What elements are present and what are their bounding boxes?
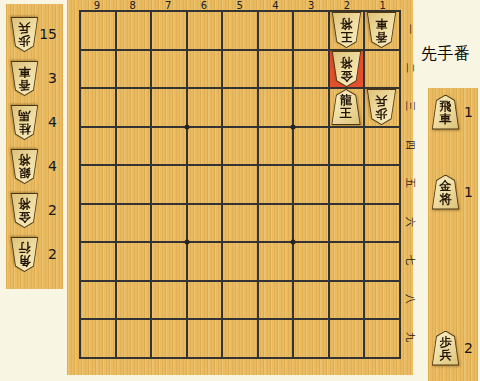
hand-count: 2 <box>464 341 473 355</box>
kanji-char: 銀 <box>19 166 31 179</box>
gote-hand-row: 桂馬4 <box>6 104 63 140</box>
rank-label-cell: 七 <box>402 241 418 280</box>
square-6-7[interactable] <box>186 241 222 280</box>
square-1-2[interactable] <box>363 49 399 88</box>
square-3-1[interactable] <box>292 10 328 49</box>
square-4-7[interactable] <box>257 241 293 280</box>
square-5-2[interactable] <box>221 49 257 88</box>
kanji-char: 飛 <box>440 100 452 113</box>
kanji-char: 歩 <box>440 336 452 349</box>
kanji-char: 歩 <box>19 34 31 47</box>
rank-label: 八 <box>403 294 417 304</box>
hand-count: 2 <box>48 203 57 217</box>
sente-hand-row: 金将1 <box>428 174 478 210</box>
square-5-9[interactable] <box>221 318 257 357</box>
square-7-4[interactable] <box>150 126 186 165</box>
square-6-4[interactable] <box>186 126 222 165</box>
rank-label-cell: 三 <box>402 87 418 126</box>
square-6-1[interactable] <box>186 10 222 49</box>
square-6-8[interactable] <box>186 280 222 319</box>
square-1-4[interactable] <box>363 126 399 165</box>
file-label: 8 <box>115 0 151 10</box>
square-8-5[interactable] <box>115 164 151 203</box>
kanji-char: 将 <box>440 193 452 206</box>
kanji-char: 兵 <box>376 94 388 107</box>
sente-hand-row: 飛車1 <box>428 94 478 130</box>
kanji-char: 将 <box>340 17 352 30</box>
kanji-char: 行 <box>19 241 31 254</box>
square-3-4[interactable] <box>292 126 328 165</box>
square-8-9[interactable] <box>115 318 151 357</box>
piece-kanji: 飛車 <box>431 95 460 130</box>
square-4-8[interactable] <box>257 280 293 319</box>
square-4-2[interactable] <box>257 49 293 88</box>
square-5-6[interactable] <box>221 203 257 242</box>
sente-hand-tray: 飛車1金将1歩兵2 <box>428 88 478 381</box>
piece-kanji: 龍王 <box>331 89 362 125</box>
gote-hand-knight[interactable]: 桂馬 <box>10 105 39 140</box>
piece-kanji: 歩兵 <box>431 331 460 366</box>
sente-hand-rook[interactable]: 飛車 <box>431 95 460 130</box>
piece-kanji: 歩兵 <box>10 17 39 52</box>
gote-gold[interactable]: 金将 <box>331 51 362 87</box>
rank-label: 五 <box>403 178 417 188</box>
square-1-9[interactable] <box>363 318 399 357</box>
file-label: 3 <box>293 0 329 10</box>
square-1-6[interactable] <box>363 203 399 242</box>
square-3-5[interactable] <box>292 164 328 203</box>
gote-hand-bishop[interactable]: 角行 <box>10 237 39 272</box>
piece-kanji: 歩兵 <box>366 89 397 125</box>
square-7-1[interactable] <box>150 10 186 49</box>
gote-hand-row: 金将2 <box>6 192 63 228</box>
square-8-7[interactable] <box>115 241 151 280</box>
square-8-2[interactable] <box>115 49 151 88</box>
gote-king[interactable]: 王将 <box>331 12 362 48</box>
kanji-char: 車 <box>440 113 452 126</box>
star-point <box>291 240 296 245</box>
square-9-9[interactable] <box>79 318 115 357</box>
rank-label: 九 <box>403 332 417 342</box>
square-3-6[interactable] <box>292 203 328 242</box>
file-label: 5 <box>222 0 258 10</box>
gote-hand-pawn[interactable]: 歩兵 <box>10 17 39 52</box>
kanji-char: 桂 <box>19 122 31 135</box>
gote-lance[interactable]: 香車 <box>366 12 397 48</box>
turn-indicator: 先手番 <box>421 44 471 65</box>
square-7-7[interactable] <box>150 241 186 280</box>
gote-hand-row: 銀将4 <box>6 148 63 184</box>
file-label: 6 <box>186 0 222 10</box>
square-5-1[interactable] <box>221 10 257 49</box>
file-label: 4 <box>258 0 294 10</box>
gote-hand-row: 歩兵15 <box>6 16 63 52</box>
square-4-5[interactable] <box>257 164 293 203</box>
kanji-char: 王 <box>340 30 352 43</box>
square-9-2[interactable] <box>79 49 115 88</box>
square-3-9[interactable] <box>292 318 328 357</box>
square-7-6[interactable] <box>150 203 186 242</box>
rank-label-cell: 八 <box>402 280 418 319</box>
square-5-4[interactable] <box>221 126 257 165</box>
square-2-8[interactable] <box>328 280 364 319</box>
gote-hand-tray: 歩兵15香車3桂馬4銀将4金将2角行2 <box>6 4 63 289</box>
hand-count: 1 <box>464 185 473 199</box>
square-5-3[interactable] <box>221 87 257 126</box>
star-point <box>184 124 189 129</box>
kanji-char: 王 <box>340 107 352 120</box>
square-4-1[interactable] <box>257 10 293 49</box>
square-8-1[interactable] <box>115 10 151 49</box>
square-8-3[interactable] <box>115 87 151 126</box>
square-3-8[interactable] <box>292 280 328 319</box>
kanji-char: 香 <box>19 78 31 91</box>
square-9-7[interactable] <box>79 241 115 280</box>
square-1-8[interactable] <box>363 280 399 319</box>
square-2-5[interactable] <box>328 164 364 203</box>
square-9-4[interactable] <box>79 126 115 165</box>
rank-label-cell: 六 <box>402 203 418 242</box>
rank-label: 一 <box>403 24 417 34</box>
file-labels: 987654321 <box>79 0 401 10</box>
square-6-3[interactable] <box>186 87 222 126</box>
hand-count: 1 <box>464 105 473 119</box>
file-label: 2 <box>329 0 365 10</box>
square-4-4[interactable] <box>257 126 293 165</box>
kanji-char: 車 <box>19 65 31 78</box>
square-6-2[interactable] <box>186 49 222 88</box>
sente-hand-row: 歩兵2 <box>428 330 478 366</box>
square-5-7[interactable] <box>221 241 257 280</box>
square-4-3[interactable] <box>257 87 293 126</box>
square-8-4[interactable] <box>115 126 151 165</box>
square-2-4[interactable] <box>328 126 364 165</box>
board-grid: 王将香車金将龍王歩兵 <box>79 10 401 359</box>
kanji-char: 歩 <box>376 107 388 120</box>
kanji-char: 金 <box>19 210 31 223</box>
square-5-8[interactable] <box>221 280 257 319</box>
piece-kanji: 金将 <box>331 51 362 87</box>
square-6-5[interactable] <box>186 164 222 203</box>
piece-kanji: 王将 <box>331 12 362 48</box>
kanji-char: 車 <box>376 17 388 30</box>
kanji-char: 兵 <box>440 349 452 362</box>
kanji-char: 馬 <box>19 109 31 122</box>
square-3-2[interactable] <box>292 49 328 88</box>
kanji-char: 金 <box>440 180 452 193</box>
piece-kanji: 香車 <box>366 12 397 48</box>
square-6-9[interactable] <box>186 318 222 357</box>
rank-labels: 一二三四五六七八九 <box>402 10 418 357</box>
rank-label: 七 <box>403 255 417 265</box>
square-8-6[interactable] <box>115 203 151 242</box>
file-label: 9 <box>79 0 115 10</box>
star-point <box>291 124 296 129</box>
rank-label-cell: 九 <box>402 318 418 357</box>
square-3-7[interactable] <box>292 241 328 280</box>
rank-label-cell: 五 <box>402 164 418 203</box>
rank-label-cell: 四 <box>402 126 418 165</box>
sente-hand-pawn[interactable]: 歩兵 <box>431 331 460 366</box>
rank-label: 四 <box>403 140 417 150</box>
piece-kanji: 桂馬 <box>10 105 39 140</box>
sente-hand-gold[interactable]: 金将 <box>431 175 460 210</box>
square-3-3[interactable] <box>292 87 328 126</box>
piece-kanji: 角行 <box>10 237 39 272</box>
kanji-char: 角 <box>19 254 31 267</box>
kanji-char: 金 <box>340 69 352 82</box>
gote-pawn[interactable]: 歩兵 <box>366 89 397 125</box>
kanji-char: 兵 <box>19 21 31 34</box>
sente-dragon[interactable]: 龍王 <box>331 89 362 125</box>
piece-kanji: 香車 <box>10 61 39 96</box>
gote-hand-gold[interactable]: 金将 <box>10 193 39 228</box>
piece-kanji: 金将 <box>10 193 39 228</box>
gote-hand-row: 香車3 <box>6 60 63 96</box>
star-point <box>184 240 189 245</box>
hand-count: 3 <box>48 71 57 85</box>
hand-count: 15 <box>39 27 57 41</box>
square-5-5[interactable] <box>221 164 257 203</box>
piece-kanji: 銀将 <box>10 149 39 184</box>
kanji-char: 将 <box>340 56 352 69</box>
square-2-9[interactable] <box>328 318 364 357</box>
square-1-5[interactable] <box>363 164 399 203</box>
rank-label-cell: 一 <box>402 10 418 49</box>
hand-count: 2 <box>48 247 57 261</box>
gote-hand-row: 角行2 <box>6 236 63 272</box>
file-label: 1 <box>365 0 401 10</box>
gote-hand-lance[interactable]: 香車 <box>10 61 39 96</box>
board-panel: 987654321 王将香車金将龍王歩兵 一二三四五六七八九 <box>67 0 413 375</box>
square-9-1[interactable] <box>79 10 115 49</box>
square-7-2[interactable] <box>150 49 186 88</box>
square-7-5[interactable] <box>150 164 186 203</box>
rank-label: 六 <box>403 217 417 227</box>
piece-kanji: 金将 <box>431 175 460 210</box>
rank-label-cell: 二 <box>402 49 418 88</box>
square-9-8[interactable] <box>79 280 115 319</box>
square-9-6[interactable] <box>79 203 115 242</box>
hand-count: 4 <box>48 115 57 129</box>
hand-count: 4 <box>48 159 57 173</box>
kanji-char: 香 <box>376 30 388 43</box>
square-9-3[interactable] <box>79 87 115 126</box>
square-1-7[interactable] <box>363 241 399 280</box>
square-2-6[interactable] <box>328 203 364 242</box>
kanji-char: 将 <box>19 153 31 166</box>
square-6-6[interactable] <box>186 203 222 242</box>
square-7-9[interactable] <box>150 318 186 357</box>
shogi-diagram: 歩兵15香車3桂馬4銀将4金将2角行2 987654321 王将香車金将龍王歩兵… <box>0 0 480 381</box>
gote-hand-silver[interactable]: 銀将 <box>10 149 39 184</box>
kanji-char: 将 <box>19 197 31 210</box>
square-9-5[interactable] <box>79 164 115 203</box>
rank-label: 二 <box>403 63 417 73</box>
square-7-8[interactable] <box>150 280 186 319</box>
rank-label: 三 <box>403 101 417 111</box>
square-4-9[interactable] <box>257 318 293 357</box>
square-7-3[interactable] <box>150 87 186 126</box>
square-2-7[interactable] <box>328 241 364 280</box>
square-4-6[interactable] <box>257 203 293 242</box>
file-label: 7 <box>150 0 186 10</box>
square-8-8[interactable] <box>115 280 151 319</box>
